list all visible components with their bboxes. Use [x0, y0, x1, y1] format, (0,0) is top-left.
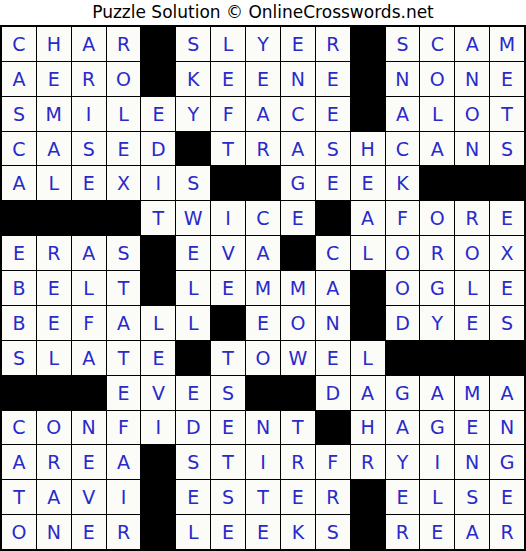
grid-cell-r14c1: T: [2, 480, 36, 514]
grid-cell-r12c13: G: [420, 411, 454, 445]
black-cell-r10c12: [386, 341, 420, 375]
grid-cell-r12c7: E: [211, 411, 245, 445]
grid-cell-r15c6: L: [176, 515, 210, 549]
grid-cell-r14c15: E: [490, 480, 524, 514]
grid-cell-r15c10: S: [316, 515, 350, 549]
grid-cell-r9c4: A: [107, 306, 141, 340]
grid-cell-r4c11: H: [351, 132, 385, 166]
grid-cell-r7c2: R: [37, 236, 71, 270]
black-cell-r10c14: [455, 341, 489, 375]
grid-cell-r13c13: I: [420, 445, 454, 479]
grid-cell-r7c4: S: [107, 236, 141, 270]
grid-cell-r10c5: E: [141, 341, 175, 375]
grid-cell-r12c12: A: [386, 411, 420, 445]
black-cell-r2c5: [141, 62, 175, 96]
grid-cell-r10c1: S: [2, 341, 36, 375]
grid-cell-r9c13: Y: [420, 306, 454, 340]
grid-cell-r13c7: T: [211, 445, 245, 479]
grid-cell-r1c15: M: [490, 27, 524, 61]
grid-cell-r10c7: T: [211, 341, 245, 375]
black-cell-r6c3: [72, 201, 106, 235]
grid-cell-r13c15: G: [490, 445, 524, 479]
grid-cell-r7c7: V: [211, 236, 245, 270]
grid-cell-r8c9: M: [281, 271, 315, 305]
grid-cell-r15c7: E: [211, 515, 245, 549]
grid-cell-r5c3: E: [72, 166, 106, 200]
grid-cell-r6c11: A: [351, 201, 385, 235]
grid-cell-r10c3: A: [72, 341, 106, 375]
grid-cell-r3c8: A: [246, 97, 280, 131]
grid-cell-r7c13: R: [420, 236, 454, 270]
grid-cell-r1c10: R: [316, 27, 350, 61]
grid-cell-r6c8: C: [246, 201, 280, 235]
grid-cell-r2c12: N: [386, 62, 420, 96]
black-cell-r11c8: [246, 376, 280, 410]
grid-cell-r2c4: O: [107, 62, 141, 96]
grid-cell-r13c14: N: [455, 445, 489, 479]
grid-cell-r13c3: E: [72, 445, 106, 479]
grid-cell-r11c15: A: [490, 376, 524, 410]
black-cell-r4c6: [176, 132, 210, 166]
grid-cell-r9c3: F: [72, 306, 106, 340]
black-cell-r7c5: [141, 236, 175, 270]
grid-cell-r13c11: R: [351, 445, 385, 479]
grid-cell-r12c11: H: [351, 411, 385, 445]
grid-cell-r2c14: N: [455, 62, 489, 96]
grid-cell-r2c6: K: [176, 62, 210, 96]
grid-cell-r3c14: O: [455, 97, 489, 131]
grid-cell-r4c2: A: [37, 132, 71, 166]
black-cell-r5c15: [490, 166, 524, 200]
grid-cell-r2c2: E: [37, 62, 71, 96]
grid-cell-r14c7: S: [211, 480, 245, 514]
grid-cell-r15c15: R: [490, 515, 524, 549]
grid-cell-r9c8: E: [246, 306, 280, 340]
grid-cell-r13c8: I: [246, 445, 280, 479]
grid-cell-r9c10: N: [316, 306, 350, 340]
grid-cell-r2c8: E: [246, 62, 280, 96]
grid-cell-r3c6: Y: [176, 97, 210, 131]
grid-cell-r7c15: X: [490, 236, 524, 270]
black-cell-r10c13: [420, 341, 454, 375]
grid-cell-r11c12: G: [386, 376, 420, 410]
grid-cell-r3c2: M: [37, 97, 71, 131]
grid-cell-r5c2: L: [37, 166, 71, 200]
grid-cell-r15c9: K: [281, 515, 315, 549]
grid-cell-r7c14: O: [455, 236, 489, 270]
black-cell-r10c6: [176, 341, 210, 375]
grid-cell-r3c15: T: [490, 97, 524, 131]
grid-cell-r13c6: S: [176, 445, 210, 479]
grid-cell-r7c3: A: [72, 236, 106, 270]
grid-cell-r6c7: I: [211, 201, 245, 235]
grid-cell-r8c8: M: [246, 271, 280, 305]
grid-cell-r4c10: S: [316, 132, 350, 166]
grid-cell-r4c15: S: [490, 132, 524, 166]
black-cell-r11c9: [281, 376, 315, 410]
grid-cell-r1c1: C: [2, 27, 36, 61]
grid-cell-r9c9: O: [281, 306, 315, 340]
grid-cell-r14c14: S: [455, 480, 489, 514]
grid-cell-r9c2: E: [37, 306, 71, 340]
grid-cell-r9c1: B: [2, 306, 36, 340]
black-cell-r14c5: [141, 480, 175, 514]
black-cell-r12c10: [316, 411, 350, 445]
grid-cell-r1c8: Y: [246, 27, 280, 61]
grid-cell-r5c5: I: [141, 166, 175, 200]
grid-cell-r4c4: E: [107, 132, 141, 166]
grid-cell-r15c12: R: [386, 515, 420, 549]
grid-cell-r7c1: E: [2, 236, 36, 270]
grid-cell-r12c14: E: [455, 411, 489, 445]
grid-cell-r12c5: I: [141, 411, 175, 445]
grid-cell-r8c1: B: [2, 271, 36, 305]
grid-cell-r3c13: L: [420, 97, 454, 131]
black-cell-r13c5: [141, 445, 175, 479]
grid-cell-r5c11: E: [351, 166, 385, 200]
black-cell-r5c7: [211, 166, 245, 200]
grid-cell-r4c13: A: [420, 132, 454, 166]
grid-cell-r13c4: A: [107, 445, 141, 479]
grid-cell-r4c7: T: [211, 132, 245, 166]
grid-cell-r9c15: S: [490, 306, 524, 340]
grid-cell-r1c9: E: [281, 27, 315, 61]
grid-cell-r1c13: C: [420, 27, 454, 61]
black-cell-r6c1: [2, 201, 36, 235]
black-cell-r11c2: [37, 376, 71, 410]
grid-cell-r12c3: N: [72, 411, 106, 445]
black-cell-r6c4: [107, 201, 141, 235]
black-cell-r15c5: [141, 515, 175, 549]
page-title: Puzzle Solution © OnlineCrosswords.net: [0, 0, 526, 25]
grid-cell-r15c8: E: [246, 515, 280, 549]
black-cell-r8c5: [141, 271, 175, 305]
grid-cell-r10c2: L: [37, 341, 71, 375]
grid-cell-r8c10: A: [316, 271, 350, 305]
grid-cell-r8c3: L: [72, 271, 106, 305]
grid-cell-r12c1: C: [2, 411, 36, 445]
grid-cell-r9c6: L: [176, 306, 210, 340]
black-cell-r3c11: [351, 97, 385, 131]
grid-cell-r15c14: A: [455, 515, 489, 549]
grid-cell-r5c12: K: [386, 166, 420, 200]
grid-cell-r3c9: C: [281, 97, 315, 131]
grid-cell-r15c4: R: [107, 515, 141, 549]
black-cell-r11c1: [2, 376, 36, 410]
grid-cell-r2c3: R: [72, 62, 106, 96]
black-cell-r15c11: [351, 515, 385, 549]
grid-cell-r6c15: E: [490, 201, 524, 235]
black-cell-r11c3: [72, 376, 106, 410]
grid-cell-r12c8: N: [246, 411, 280, 445]
crossword-grid: CHARSLYERSCAMAEROKEENENONESMILEYFACEALOT…: [0, 25, 526, 551]
grid-cell-r13c10: F: [316, 445, 350, 479]
grid-cell-r13c9: R: [281, 445, 315, 479]
grid-cell-r4c3: S: [72, 132, 106, 166]
black-cell-r7c9: [281, 236, 315, 270]
grid-cell-r8c15: E: [490, 271, 524, 305]
grid-cell-r1c14: A: [455, 27, 489, 61]
grid-cell-r7c10: C: [316, 236, 350, 270]
grid-cell-r12c9: T: [281, 411, 315, 445]
grid-cell-r6c5: T: [141, 201, 175, 235]
grid-cell-r10c4: T: [107, 341, 141, 375]
grid-cell-r6c12: F: [386, 201, 420, 235]
grid-cell-r14c10: R: [316, 480, 350, 514]
grid-cell-r8c12: O: [386, 271, 420, 305]
grid-cell-r10c11: L: [351, 341, 385, 375]
grid-cell-r1c4: R: [107, 27, 141, 61]
grid-cell-r13c1: A: [2, 445, 36, 479]
grid-cell-r4c1: C: [2, 132, 36, 166]
grid-cell-r15c2: N: [37, 515, 71, 549]
grid-cell-r10c10: E: [316, 341, 350, 375]
grid-cell-r5c6: S: [176, 166, 210, 200]
grid-cell-r7c12: O: [386, 236, 420, 270]
grid-cell-r13c12: Y: [386, 445, 420, 479]
grid-cell-r10c8: O: [246, 341, 280, 375]
grid-cell-r14c13: L: [420, 480, 454, 514]
grid-cell-r1c6: S: [176, 27, 210, 61]
black-cell-r6c10: [316, 201, 350, 235]
grid-cell-r8c4: T: [107, 271, 141, 305]
black-cell-r1c11: [351, 27, 385, 61]
grid-cell-r6c14: R: [455, 201, 489, 235]
grid-cell-r4c5: D: [141, 132, 175, 166]
grid-cell-r2c9: N: [281, 62, 315, 96]
grid-cell-r7c11: L: [351, 236, 385, 270]
grid-cell-r10c9: W: [281, 341, 315, 375]
grid-cell-r6c9: E: [281, 201, 315, 235]
grid-cell-r14c6: E: [176, 480, 210, 514]
grid-cell-r15c1: O: [2, 515, 36, 549]
grid-cell-r9c14: E: [455, 306, 489, 340]
grid-cell-r3c3: I: [72, 97, 106, 131]
grid-cell-r6c13: O: [420, 201, 454, 235]
grid-cell-r14c9: E: [281, 480, 315, 514]
black-cell-r10c15: [490, 341, 524, 375]
black-cell-r2c11: [351, 62, 385, 96]
grid-cell-r11c13: A: [420, 376, 454, 410]
grid-cell-r8c6: L: [176, 271, 210, 305]
grid-cell-r2c13: O: [420, 62, 454, 96]
grid-cell-r2c10: E: [316, 62, 350, 96]
grid-cell-r5c10: E: [316, 166, 350, 200]
grid-cell-r6c6: W: [176, 201, 210, 235]
grid-cell-r5c1: A: [2, 166, 36, 200]
grid-cell-r2c7: E: [211, 62, 245, 96]
grid-cell-r8c14: L: [455, 271, 489, 305]
black-cell-r5c13: [420, 166, 454, 200]
black-cell-r9c11: [351, 306, 385, 340]
grid-cell-r2c1: A: [2, 62, 36, 96]
grid-cell-r11c6: E: [176, 376, 210, 410]
grid-cell-r3c5: E: [141, 97, 175, 131]
grid-cell-r11c4: E: [107, 376, 141, 410]
grid-cell-r4c12: C: [386, 132, 420, 166]
grid-cell-r1c7: L: [211, 27, 245, 61]
grid-cell-r14c2: A: [37, 480, 71, 514]
grid-cell-r5c9: G: [281, 166, 315, 200]
grid-cell-r3c12: A: [386, 97, 420, 131]
grid-cell-r14c4: I: [107, 480, 141, 514]
grid-cell-r3c1: S: [2, 97, 36, 131]
grid-cell-r8c13: G: [420, 271, 454, 305]
grid-cell-r1c2: H: [37, 27, 71, 61]
grid-cell-r3c10: E: [316, 97, 350, 131]
grid-cell-r1c12: S: [386, 27, 420, 61]
grid-cell-r15c3: E: [72, 515, 106, 549]
grid-cell-r15c13: E: [420, 515, 454, 549]
grid-cell-r4c14: N: [455, 132, 489, 166]
black-cell-r9c7: [211, 306, 245, 340]
grid-cell-r12c4: F: [107, 411, 141, 445]
black-cell-r14c11: [351, 480, 385, 514]
grid-cell-r8c7: E: [211, 271, 245, 305]
grid-cell-r11c11: A: [351, 376, 385, 410]
grid-cell-r4c9: A: [281, 132, 315, 166]
grid-cell-r2c15: E: [490, 62, 524, 96]
grid-cell-r7c6: E: [176, 236, 210, 270]
puzzle-solution-page: Puzzle Solution © OnlineCrosswords.net C…: [0, 0, 526, 551]
grid-cell-r9c12: D: [386, 306, 420, 340]
grid-cell-r12c2: O: [37, 411, 71, 445]
black-cell-r1c5: [141, 27, 175, 61]
grid-cell-r14c3: V: [72, 480, 106, 514]
grid-cell-r12c6: D: [176, 411, 210, 445]
grid-cell-r14c8: T: [246, 480, 280, 514]
black-cell-r5c14: [455, 166, 489, 200]
grid-cell-r7c8: A: [246, 236, 280, 270]
grid-cell-r11c7: S: [211, 376, 245, 410]
black-cell-r6c2: [37, 201, 71, 235]
grid-cell-r4c8: R: [246, 132, 280, 166]
grid-cell-r8c2: E: [37, 271, 71, 305]
black-cell-r8c11: [351, 271, 385, 305]
grid-cell-r14c12: E: [386, 480, 420, 514]
grid-cell-r11c5: V: [141, 376, 175, 410]
grid-cell-r3c7: F: [211, 97, 245, 131]
grid-cell-r11c14: M: [455, 376, 489, 410]
grid-cell-r13c2: R: [37, 445, 71, 479]
grid-cell-r12c15: N: [490, 411, 524, 445]
grid-cell-r9c5: L: [141, 306, 175, 340]
grid-cell-r1c3: A: [72, 27, 106, 61]
grid-cell-r5c4: X: [107, 166, 141, 200]
black-cell-r5c8: [246, 166, 280, 200]
grid-cell-r3c4: L: [107, 97, 141, 131]
grid-cell-r11c10: D: [316, 376, 350, 410]
